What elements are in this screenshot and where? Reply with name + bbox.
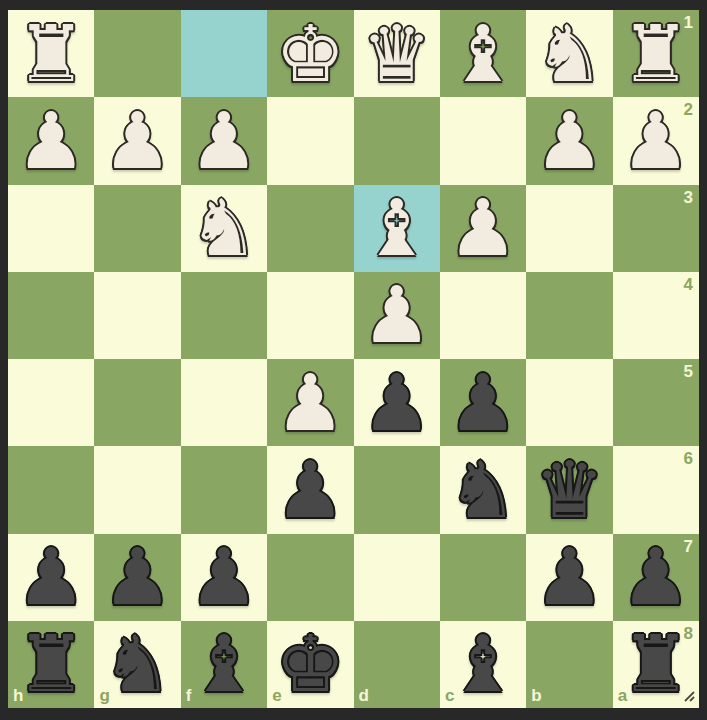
square-f8[interactable]: f♝	[181, 621, 267, 708]
square-h8[interactable]: h♜	[8, 621, 94, 708]
piece-black-pawn[interactable]: ♟	[354, 359, 440, 446]
square-g5[interactable]	[94, 359, 180, 446]
square-f7[interactable]: ♟	[181, 534, 267, 621]
piece-white-king[interactable]: ♚	[267, 10, 353, 97]
square-h2[interactable]: ♟	[8, 97, 94, 184]
square-d3[interactable]: ♝	[354, 185, 440, 272]
piece-white-pawn[interactable]: ♟	[526, 97, 612, 184]
square-f1[interactable]	[181, 10, 267, 97]
square-b7[interactable]: ♟	[526, 534, 612, 621]
square-c2[interactable]	[440, 97, 526, 184]
file-label-d: d	[359, 686, 369, 706]
rank-label-5: 5	[684, 362, 693, 382]
piece-black-pawn[interactable]: ♟	[94, 534, 180, 621]
board-resize-handle-icon[interactable]	[680, 687, 696, 703]
square-a8[interactable]: 8a♜	[613, 621, 699, 708]
piece-black-rook[interactable]: ♜	[8, 621, 94, 708]
square-h1[interactable]: ♜	[8, 10, 94, 97]
piece-black-pawn[interactable]: ♟	[181, 534, 267, 621]
piece-white-pawn[interactable]: ♟	[354, 272, 440, 359]
square-e3[interactable]	[267, 185, 353, 272]
square-a7[interactable]: 7♟	[613, 534, 699, 621]
chess-board: ♜♚♛♝♞1♜♟♟♟♟2♟♞♝♟3♟4♟♟♟5♟♞♛6♟♟♟♟7♟h♜g♞f♝e…	[8, 10, 699, 708]
square-a2[interactable]: 2♟	[613, 97, 699, 184]
square-e6[interactable]: ♟	[267, 446, 353, 533]
square-h6[interactable]	[8, 446, 94, 533]
piece-black-pawn[interactable]: ♟	[267, 446, 353, 533]
file-label-b: b	[531, 686, 541, 706]
board-frame: ♜♚♛♝♞1♜♟♟♟♟2♟♞♝♟3♟4♟♟♟5♟♞♛6♟♟♟♟7♟h♜g♞f♝e…	[0, 0, 707, 720]
square-e1[interactable]: ♚	[267, 10, 353, 97]
square-h7[interactable]: ♟	[8, 534, 94, 621]
piece-white-pawn[interactable]: ♟	[8, 97, 94, 184]
square-b2[interactable]: ♟	[526, 97, 612, 184]
square-h5[interactable]	[8, 359, 94, 446]
square-c5[interactable]: ♟	[440, 359, 526, 446]
square-e8[interactable]: e♚	[267, 621, 353, 708]
square-g4[interactable]	[94, 272, 180, 359]
piece-black-bishop[interactable]: ♝	[440, 621, 526, 708]
piece-black-queen[interactable]: ♛	[526, 446, 612, 533]
square-b1[interactable]: ♞	[526, 10, 612, 97]
rank-label-3: 3	[684, 188, 693, 208]
square-d8[interactable]: d	[354, 621, 440, 708]
piece-white-bishop[interactable]: ♝	[354, 185, 440, 272]
square-b6[interactable]: ♛	[526, 446, 612, 533]
square-c7[interactable]	[440, 534, 526, 621]
piece-black-knight[interactable]: ♞	[440, 446, 526, 533]
square-a5[interactable]: 5	[613, 359, 699, 446]
square-e4[interactable]	[267, 272, 353, 359]
square-d2[interactable]	[354, 97, 440, 184]
square-c6[interactable]: ♞	[440, 446, 526, 533]
piece-white-pawn[interactable]: ♟	[181, 97, 267, 184]
square-f2[interactable]: ♟	[181, 97, 267, 184]
piece-white-pawn[interactable]: ♟	[267, 359, 353, 446]
square-g2[interactable]: ♟	[94, 97, 180, 184]
rank-label-4: 4	[684, 275, 693, 295]
square-d7[interactable]	[354, 534, 440, 621]
rank-label-6: 6	[684, 449, 693, 469]
square-a6[interactable]: 6	[613, 446, 699, 533]
square-f6[interactable]	[181, 446, 267, 533]
rank-label-8: 8	[684, 624, 693, 644]
square-a1[interactable]: 1♜	[613, 10, 699, 97]
rank-label-2: 2	[684, 100, 693, 120]
square-c3[interactable]: ♟	[440, 185, 526, 272]
piece-black-bishop[interactable]: ♝	[181, 621, 267, 708]
piece-white-bishop[interactable]: ♝	[440, 10, 526, 97]
square-g1[interactable]	[94, 10, 180, 97]
square-b3[interactable]	[526, 185, 612, 272]
piece-black-pawn[interactable]: ♟	[8, 534, 94, 621]
square-h4[interactable]	[8, 272, 94, 359]
piece-black-pawn[interactable]: ♟	[526, 534, 612, 621]
piece-white-pawn[interactable]: ♟	[94, 97, 180, 184]
square-c4[interactable]	[440, 272, 526, 359]
piece-white-knight[interactable]: ♞	[526, 10, 612, 97]
square-d1[interactable]: ♛	[354, 10, 440, 97]
piece-white-knight[interactable]: ♞	[181, 185, 267, 272]
square-e7[interactable]	[267, 534, 353, 621]
square-e5[interactable]: ♟	[267, 359, 353, 446]
square-d6[interactable]	[354, 446, 440, 533]
square-h3[interactable]	[8, 185, 94, 272]
square-c1[interactable]: ♝	[440, 10, 526, 97]
square-g6[interactable]	[94, 446, 180, 533]
square-g7[interactable]: ♟	[94, 534, 180, 621]
square-g3[interactable]	[94, 185, 180, 272]
rank-label-1: 1	[684, 13, 693, 33]
piece-black-knight[interactable]: ♞	[94, 621, 180, 708]
square-f4[interactable]	[181, 272, 267, 359]
piece-black-king[interactable]: ♚	[267, 621, 353, 708]
piece-white-pawn[interactable]: ♟	[440, 185, 526, 272]
piece-white-rook[interactable]: ♜	[8, 10, 94, 97]
piece-white-queen[interactable]: ♛	[354, 10, 440, 97]
square-b5[interactable]	[526, 359, 612, 446]
square-f3[interactable]: ♞	[181, 185, 267, 272]
piece-black-pawn[interactable]: ♟	[440, 359, 526, 446]
square-a4[interactable]: 4	[613, 272, 699, 359]
rank-label-7: 7	[684, 537, 693, 557]
square-f5[interactable]	[181, 359, 267, 446]
square-b8[interactable]: b	[526, 621, 612, 708]
square-b4[interactable]	[526, 272, 612, 359]
square-e2[interactable]	[267, 97, 353, 184]
square-d4[interactable]: ♟	[354, 272, 440, 359]
square-g8[interactable]: g♞	[94, 621, 180, 708]
square-a3[interactable]: 3	[613, 185, 699, 272]
square-c8[interactable]: c♝	[440, 621, 526, 708]
square-d5[interactable]: ♟	[354, 359, 440, 446]
